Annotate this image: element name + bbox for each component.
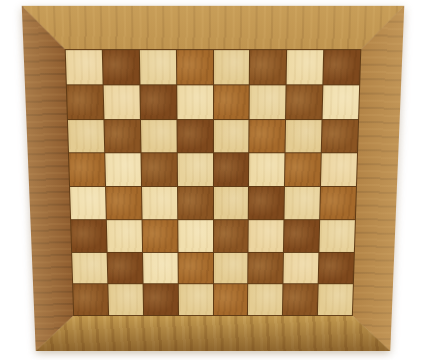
square-d8[interactable] <box>177 50 213 84</box>
square-e6[interactable] <box>214 120 249 153</box>
square-f8[interactable] <box>250 50 286 84</box>
square-b2[interactable] <box>107 252 142 283</box>
square-c6[interactable] <box>141 120 177 153</box>
square-b1[interactable] <box>108 284 143 315</box>
square-a5[interactable] <box>69 154 105 186</box>
square-b4[interactable] <box>106 187 141 219</box>
board-squares-grid <box>65 49 362 316</box>
square-h8[interactable] <box>324 50 361 84</box>
chess-board <box>22 6 405 351</box>
square-g4[interactable] <box>285 187 320 219</box>
square-c3[interactable] <box>142 220 177 252</box>
square-b8[interactable] <box>103 50 139 84</box>
square-c7[interactable] <box>140 85 176 118</box>
square-a8[interactable] <box>66 50 103 84</box>
square-f5[interactable] <box>249 154 284 186</box>
square-e5[interactable] <box>213 154 248 186</box>
square-e4[interactable] <box>213 187 248 219</box>
square-a7[interactable] <box>67 85 103 118</box>
square-b5[interactable] <box>105 154 141 186</box>
square-c8[interactable] <box>140 50 176 84</box>
square-g6[interactable] <box>286 120 322 153</box>
square-c5[interactable] <box>141 154 176 186</box>
square-e2[interactable] <box>213 252 247 283</box>
square-d5[interactable] <box>177 154 212 186</box>
square-h1[interactable] <box>318 284 353 315</box>
square-h2[interactable] <box>319 252 354 283</box>
square-a6[interactable] <box>68 120 104 153</box>
square-f7[interactable] <box>250 85 286 118</box>
square-h6[interactable] <box>322 120 358 153</box>
square-h7[interactable] <box>323 85 359 118</box>
square-h5[interactable] <box>321 154 357 186</box>
square-b6[interactable] <box>104 120 140 153</box>
board-photo <box>0 0 424 360</box>
square-h4[interactable] <box>320 187 356 219</box>
square-c1[interactable] <box>143 284 177 315</box>
square-g1[interactable] <box>283 284 318 315</box>
square-f6[interactable] <box>250 120 286 153</box>
square-f1[interactable] <box>248 284 282 315</box>
square-d1[interactable] <box>178 284 212 315</box>
square-b7[interactable] <box>104 85 140 118</box>
square-a2[interactable] <box>72 252 107 283</box>
square-g7[interactable] <box>286 85 322 118</box>
square-b3[interactable] <box>107 220 142 252</box>
square-d4[interactable] <box>178 187 213 219</box>
square-f3[interactable] <box>249 220 284 252</box>
square-e3[interactable] <box>213 220 248 252</box>
square-d3[interactable] <box>178 220 213 252</box>
square-c2[interactable] <box>143 252 178 283</box>
square-g8[interactable] <box>287 50 323 84</box>
square-e7[interactable] <box>214 85 250 118</box>
square-g3[interactable] <box>284 220 319 252</box>
square-a3[interactable] <box>71 220 106 252</box>
square-g5[interactable] <box>285 154 321 186</box>
square-a4[interactable] <box>70 187 106 219</box>
square-c4[interactable] <box>142 187 177 219</box>
square-d7[interactable] <box>177 85 213 118</box>
square-e1[interactable] <box>213 284 247 315</box>
square-d2[interactable] <box>178 252 212 283</box>
square-f4[interactable] <box>249 187 284 219</box>
square-f2[interactable] <box>249 252 284 283</box>
square-e8[interactable] <box>214 50 250 84</box>
square-d6[interactable] <box>177 120 212 153</box>
square-g2[interactable] <box>284 252 319 283</box>
square-h3[interactable] <box>320 220 355 252</box>
square-a1[interactable] <box>73 284 108 315</box>
